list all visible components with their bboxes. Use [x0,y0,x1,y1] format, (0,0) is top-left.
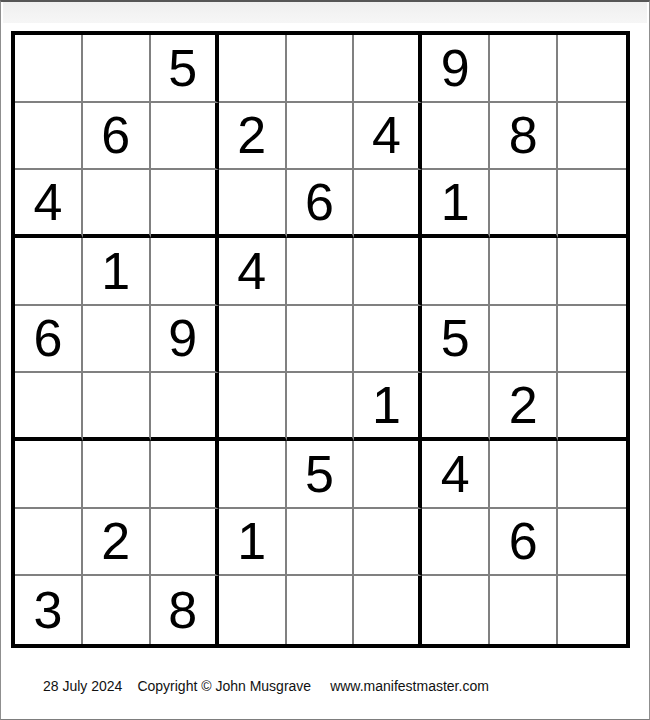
cell-r4c1-empty[interactable] [15,238,83,306]
cell-r8c6-empty[interactable] [354,509,422,577]
cell-r9c2-empty[interactable] [83,576,151,644]
cell-r3c7-given: 1 [422,170,490,238]
cell-r8c9-empty[interactable] [558,509,626,577]
cell-r7c2-empty[interactable] [83,441,151,509]
cell-r2c5-empty[interactable] [287,103,355,171]
cell-r7c5-given: 5 [287,441,355,509]
copyright-text: Copyright © John Musgrave [137,678,311,694]
cell-r6c8-given: 2 [490,373,558,441]
cell-r8c3-empty[interactable] [151,509,219,577]
cell-r8c5-empty[interactable] [287,509,355,577]
cell-r3c1-given: 4 [15,170,83,238]
cell-r3c6-empty[interactable] [354,170,422,238]
cell-r4c8-empty[interactable] [490,238,558,306]
cell-r7c7-given: 4 [422,441,490,509]
cell-r9c4-empty[interactable] [219,576,287,644]
cell-r4c3-empty[interactable] [151,238,219,306]
window-top-strip [3,2,647,23]
cell-r1c9-empty[interactable] [558,35,626,103]
cell-r6c9-empty[interactable] [558,373,626,441]
cell-r6c2-empty[interactable] [83,373,151,441]
sudoku-board: 59624846114695125421638 [11,31,630,648]
cell-r7c8-empty[interactable] [490,441,558,509]
cell-r3c4-empty[interactable] [219,170,287,238]
cell-r5c2-empty[interactable] [83,306,151,374]
cell-r9c9-empty[interactable] [558,576,626,644]
cell-r5c3-given: 9 [151,306,219,374]
cell-r9c3-given: 8 [151,576,219,644]
cell-r1c8-empty[interactable] [490,35,558,103]
cell-r8c2-given: 2 [83,509,151,577]
cell-r4c6-empty[interactable] [354,238,422,306]
cell-r4c4-given: 4 [219,238,287,306]
cell-r1c5-empty[interactable] [287,35,355,103]
cell-r2c8-given: 8 [490,103,558,171]
cell-r6c5-empty[interactable] [287,373,355,441]
website-url: www.manifestmaster.com [330,678,489,694]
footer: 28 July 2024 Copyright © John Musgrave w… [43,676,489,696]
cell-r8c8-given: 6 [490,509,558,577]
cell-r6c3-empty[interactable] [151,373,219,441]
cell-r5c6-empty[interactable] [354,306,422,374]
cell-r1c1-empty[interactable] [15,35,83,103]
cell-r3c9-empty[interactable] [558,170,626,238]
cell-r1c7-given: 9 [422,35,490,103]
cell-r9c7-empty[interactable] [422,576,490,644]
puzzle-date: 28 July 2024 [43,678,122,694]
cell-r3c5-given: 6 [287,170,355,238]
cell-r4c9-empty[interactable] [558,238,626,306]
cell-r7c9-empty[interactable] [558,441,626,509]
cell-r3c8-empty[interactable] [490,170,558,238]
cell-r5c9-empty[interactable] [558,306,626,374]
cell-r7c1-empty[interactable] [15,441,83,509]
cell-r2c2-given: 6 [83,103,151,171]
puzzle-page: 59624846114695125421638 28 July 2024 Cop… [0,0,650,720]
cell-r2c1-empty[interactable] [15,103,83,171]
cell-r1c3-given: 5 [151,35,219,103]
cell-r2c6-given: 4 [354,103,422,171]
cell-r5c1-given: 6 [15,306,83,374]
cell-r5c7-given: 5 [422,306,490,374]
cell-r2c9-empty[interactable] [558,103,626,171]
cell-r4c2-given: 1 [83,238,151,306]
cell-r1c4-empty[interactable] [219,35,287,103]
cell-r8c4-given: 1 [219,509,287,577]
cell-r2c7-empty[interactable] [422,103,490,171]
cell-r1c6-empty[interactable] [354,35,422,103]
cell-r5c5-empty[interactable] [287,306,355,374]
cell-r7c6-empty[interactable] [354,441,422,509]
cell-r7c4-empty[interactable] [219,441,287,509]
cell-r8c1-empty[interactable] [15,509,83,577]
cell-r9c6-empty[interactable] [354,576,422,644]
cell-r5c4-empty[interactable] [219,306,287,374]
cell-r6c7-empty[interactable] [422,373,490,441]
cell-r6c1-empty[interactable] [15,373,83,441]
cell-r3c3-empty[interactable] [151,170,219,238]
cell-r4c5-empty[interactable] [287,238,355,306]
cell-r9c5-empty[interactable] [287,576,355,644]
cell-r2c3-empty[interactable] [151,103,219,171]
cell-r4c7-empty[interactable] [422,238,490,306]
cell-r9c1-given: 3 [15,576,83,644]
cell-r9c8-empty[interactable] [490,576,558,644]
cell-r7c3-empty[interactable] [151,441,219,509]
cell-r6c6-given: 1 [354,373,422,441]
cell-r5c8-empty[interactable] [490,306,558,374]
cell-r3c2-empty[interactable] [83,170,151,238]
cell-r6c4-empty[interactable] [219,373,287,441]
cell-r8c7-empty[interactable] [422,509,490,577]
cell-r1c2-empty[interactable] [83,35,151,103]
cell-r2c4-given: 2 [219,103,287,171]
